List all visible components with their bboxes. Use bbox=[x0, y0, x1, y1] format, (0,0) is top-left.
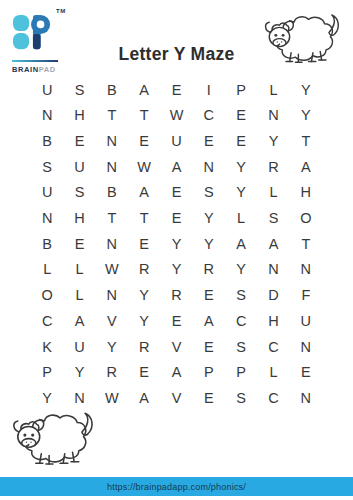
grid-cell: N bbox=[290, 385, 322, 411]
grid-cell: K bbox=[31, 334, 63, 360]
footer-bar: https://brainpadapp.com/phonics/ bbox=[0, 477, 353, 496]
brand-wordmark: BRAINPAD bbox=[12, 65, 72, 74]
grid-cell: E bbox=[160, 180, 192, 206]
grid-cell: L bbox=[225, 205, 257, 231]
grid-cell: N bbox=[193, 154, 225, 180]
word-search-grid: USBAEIPLYNHTTWCENYBENEUEEYTSUNWANYRAUSBA… bbox=[31, 77, 322, 411]
grid-cell: H bbox=[290, 180, 322, 206]
grid-cell: Y bbox=[193, 231, 225, 257]
grid-cell: H bbox=[257, 308, 289, 334]
grid-cell: Y bbox=[160, 257, 192, 283]
grid-cell: A bbox=[128, 77, 160, 103]
grid-cell: U bbox=[63, 154, 95, 180]
grid-cell: A bbox=[225, 231, 257, 257]
grid-cell: S bbox=[193, 180, 225, 206]
brand-name-bold: BRAIN bbox=[12, 65, 39, 74]
grid-cell: E bbox=[128, 360, 160, 386]
grid-cell: L bbox=[31, 257, 63, 283]
grid-cell: S bbox=[257, 205, 289, 231]
grid-cell: A bbox=[128, 180, 160, 206]
grid-cell: A bbox=[193, 308, 225, 334]
grid-cell: N bbox=[96, 231, 128, 257]
grid-cell: N bbox=[257, 103, 289, 129]
grid-cell: Y bbox=[193, 205, 225, 231]
grid-cell: L bbox=[257, 77, 289, 103]
grid-cell: A bbox=[63, 308, 95, 334]
grid-cell: S bbox=[31, 154, 63, 180]
grid-cell: U bbox=[160, 128, 192, 154]
grid-cell: Y bbox=[63, 360, 95, 386]
grid-cell: A bbox=[290, 154, 322, 180]
grid-cell: H bbox=[63, 205, 95, 231]
grid-cell: R bbox=[128, 334, 160, 360]
grid-cell: C bbox=[225, 308, 257, 334]
grid-cell: P bbox=[31, 360, 63, 386]
grid-cell: Y bbox=[160, 231, 192, 257]
footer-url-link[interactable]: https://brainpadapp.com/phonics/ bbox=[107, 482, 246, 492]
grid-cell: U bbox=[31, 180, 63, 206]
grid-cell: C bbox=[193, 103, 225, 129]
grid-cell: P bbox=[225, 360, 257, 386]
grid-cell: V bbox=[160, 385, 192, 411]
grid-cell: E bbox=[160, 308, 192, 334]
grid-cell: E bbox=[225, 128, 257, 154]
grid-cell: T bbox=[290, 128, 322, 154]
grid-cell: A bbox=[257, 231, 289, 257]
grid-cell: B bbox=[31, 128, 63, 154]
grid-cell: C bbox=[31, 308, 63, 334]
grid-cell: Y bbox=[257, 128, 289, 154]
grid-cell: S bbox=[225, 334, 257, 360]
grid-cell: R bbox=[193, 257, 225, 283]
grid-cell: V bbox=[160, 334, 192, 360]
grid-cell: R bbox=[160, 283, 192, 309]
grid-cell: W bbox=[96, 257, 128, 283]
grid-cell: R bbox=[128, 257, 160, 283]
grid-cell: A bbox=[160, 360, 192, 386]
grid-cell: L bbox=[63, 257, 95, 283]
grid-cell: D bbox=[257, 283, 289, 309]
grid-cell: V bbox=[96, 308, 128, 334]
grid-cell: Y bbox=[128, 283, 160, 309]
grid-cell: N bbox=[96, 154, 128, 180]
grid-cell: E bbox=[128, 128, 160, 154]
grid-cell: L bbox=[257, 360, 289, 386]
grid-cell: S bbox=[63, 77, 95, 103]
grid-cell: A bbox=[128, 385, 160, 411]
grid-cell: E bbox=[193, 283, 225, 309]
grid-cell: O bbox=[31, 283, 63, 309]
grid-cell: A bbox=[160, 154, 192, 180]
grid-cell: U bbox=[290, 308, 322, 334]
grid-cell: R bbox=[96, 360, 128, 386]
grid-cell: P bbox=[225, 77, 257, 103]
worksheet-page: TM BRAINPAD Letter Y Maze USBAEIPLYNHTTW… bbox=[0, 0, 353, 500]
grid-cell: T bbox=[96, 103, 128, 129]
grid-cell: R bbox=[257, 154, 289, 180]
grid-cell: E bbox=[160, 77, 192, 103]
grid-cell: E bbox=[225, 103, 257, 129]
grid-cell: C bbox=[257, 385, 289, 411]
grid-cell: E bbox=[193, 128, 225, 154]
grid-cell: E bbox=[193, 334, 225, 360]
grid-cell: B bbox=[96, 77, 128, 103]
yak-illustration-top bbox=[262, 10, 342, 68]
grid-cell: T bbox=[128, 205, 160, 231]
grid-cell: N bbox=[257, 257, 289, 283]
grid-cell: E bbox=[290, 360, 322, 386]
grid-cell: N bbox=[290, 334, 322, 360]
grid-cell: T bbox=[290, 231, 322, 257]
grid-cell: P bbox=[193, 360, 225, 386]
grid-cell: N bbox=[290, 257, 322, 283]
grid-cell: S bbox=[225, 385, 257, 411]
grid-cell: S bbox=[225, 283, 257, 309]
grid-cell: N bbox=[31, 103, 63, 129]
grid-cell: E bbox=[128, 231, 160, 257]
grid-cell: C bbox=[257, 334, 289, 360]
grid-cell: E bbox=[193, 385, 225, 411]
grid-cell: T bbox=[128, 103, 160, 129]
yak-illustration-bottom bbox=[10, 408, 96, 470]
grid-cell: L bbox=[257, 180, 289, 206]
grid-cell: W bbox=[160, 103, 192, 129]
grid-cell: N bbox=[96, 283, 128, 309]
grid-cell: Y bbox=[225, 180, 257, 206]
grid-cell: N bbox=[31, 205, 63, 231]
grid-cell: F bbox=[290, 283, 322, 309]
grid-cell: B bbox=[96, 180, 128, 206]
grid-cell: H bbox=[63, 103, 95, 129]
grid-cell: S bbox=[63, 180, 95, 206]
grid-cell: I bbox=[193, 77, 225, 103]
grid-cell: U bbox=[31, 77, 63, 103]
grid-cell: Y bbox=[290, 77, 322, 103]
grid-cell: W bbox=[128, 154, 160, 180]
grid-cell: Y bbox=[225, 154, 257, 180]
grid-cell: E bbox=[160, 205, 192, 231]
grid-cell: O bbox=[290, 205, 322, 231]
grid-cell: Y bbox=[96, 334, 128, 360]
grid-cell: Y bbox=[128, 308, 160, 334]
grid-cell: N bbox=[96, 128, 128, 154]
grid-cell: T bbox=[96, 205, 128, 231]
grid-cell: Y bbox=[225, 257, 257, 283]
grid-cell: W bbox=[96, 385, 128, 411]
grid-cell: U bbox=[63, 334, 95, 360]
grid-cell: E bbox=[63, 128, 95, 154]
grid-cell: Y bbox=[290, 103, 322, 129]
grid-cell: L bbox=[63, 283, 95, 309]
grid-cell: E bbox=[63, 231, 95, 257]
brand-name-light: PAD bbox=[39, 65, 56, 74]
grid-cell: B bbox=[31, 231, 63, 257]
trademark-label: TM bbox=[56, 8, 66, 14]
